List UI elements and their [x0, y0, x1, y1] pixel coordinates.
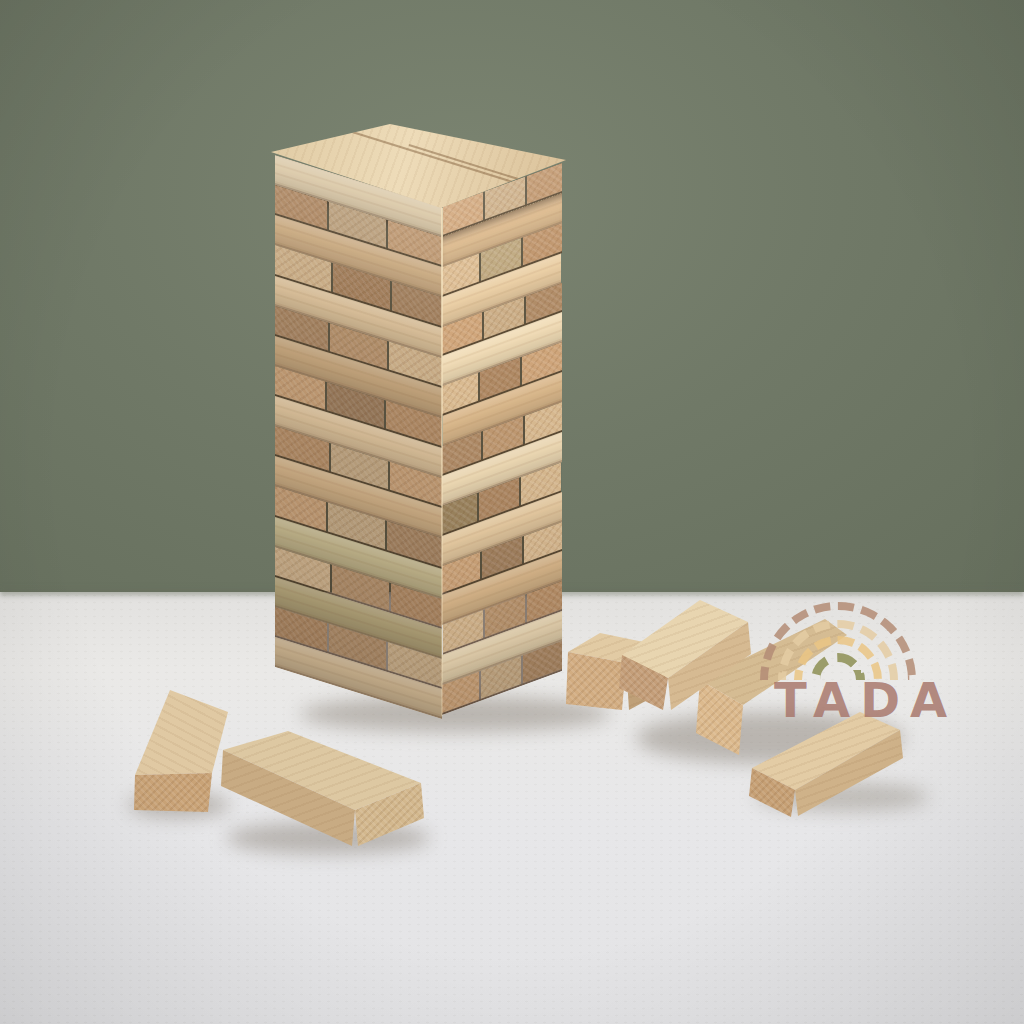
loose-block-4: [612, 596, 757, 714]
tower-right-face: [442, 163, 562, 715]
jenga-tower: [275, 128, 575, 728]
product-photo-scene: TADA: [0, 0, 1024, 1024]
tower-corner-edge: [441, 208, 443, 716]
loose-block-2: [215, 725, 430, 850]
brand-name: TADA: [774, 672, 957, 728]
tower-left-face: [275, 155, 442, 719]
